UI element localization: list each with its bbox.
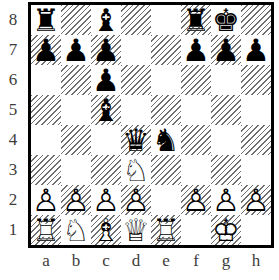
square-f2: ♟♙ (181, 185, 211, 215)
square-d3: ♞♘ (121, 155, 151, 185)
black-pawn-icon: ♟♟ (211, 35, 241, 65)
chess-board: ♜♜♝♝♜♜♚♚♟♟♟♟♟♟♟♟♟♟♟♟♟♟♝♝♛♛♞♞♞♘♟♙♟♙♟♙♟♙♟♙… (28, 2, 274, 248)
file-label-d: d (121, 247, 151, 275)
rank-label-4: 4 (0, 125, 26, 155)
file-label-a: a (31, 247, 61, 275)
square-g6 (211, 65, 241, 95)
square-h8 (241, 5, 271, 35)
square-b6 (61, 65, 91, 95)
file-label-c: c (91, 247, 121, 275)
square-f8: ♜♜ (181, 5, 211, 35)
square-c1: ♝♗ (91, 215, 121, 245)
white-rook-icon: ♜♖ (151, 215, 181, 245)
square-e3 (151, 155, 181, 185)
white-knight-icon: ♞♘ (121, 155, 151, 185)
black-pawn-icon: ♟♟ (91, 65, 121, 95)
black-bishop-icon: ♝♝ (91, 95, 121, 125)
square-f6 (181, 65, 211, 95)
square-c7: ♟♟ (91, 35, 121, 65)
square-f3 (181, 155, 211, 185)
square-b8 (61, 5, 91, 35)
file-label-e: e (151, 247, 181, 275)
square-f1 (181, 215, 211, 245)
white-pawn-icon: ♟♙ (211, 185, 241, 215)
black-rook-icon: ♜♜ (181, 5, 211, 35)
square-b5 (61, 95, 91, 125)
white-pawn-icon: ♟♙ (241, 185, 271, 215)
square-g1: ♚♔ (211, 215, 241, 245)
square-h6 (241, 65, 271, 95)
black-pawn-icon: ♟♟ (181, 35, 211, 65)
square-c5: ♝♝ (91, 95, 121, 125)
file-labels: abcdefgh (31, 247, 271, 275)
black-rook-icon: ♜♜ (31, 5, 61, 35)
square-d2: ♟♙ (121, 185, 151, 215)
square-c4 (91, 125, 121, 155)
square-e8 (151, 5, 181, 35)
square-e5 (151, 95, 181, 125)
black-pawn-icon: ♟♟ (241, 35, 271, 65)
square-c6: ♟♟ (91, 65, 121, 95)
square-h5 (241, 95, 271, 125)
white-rook-icon: ♜♖ (31, 215, 61, 245)
square-g3 (211, 155, 241, 185)
file-label-g: g (211, 247, 241, 275)
square-d1: ♛♕ (121, 215, 151, 245)
square-g4 (211, 125, 241, 155)
square-a7: ♟♟ (31, 35, 61, 65)
square-g5 (211, 95, 241, 125)
square-a1: ♜♖ (31, 215, 61, 245)
white-bishop-icon: ♝♗ (91, 215, 121, 245)
rank-label-5: 5 (0, 95, 26, 125)
rank-label-3: 3 (0, 155, 26, 185)
black-knight-icon: ♞♞ (151, 125, 181, 155)
square-a8: ♜♜ (31, 5, 61, 35)
black-pawn-icon: ♟♟ (91, 35, 121, 65)
square-c2: ♟♙ (91, 185, 121, 215)
black-pawn-icon: ♟♟ (61, 35, 91, 65)
white-pawn-icon: ♟♙ (91, 185, 121, 215)
file-label-h: h (241, 247, 271, 275)
square-d5 (121, 95, 151, 125)
black-bishop-icon: ♝♝ (91, 5, 121, 35)
square-e7 (151, 35, 181, 65)
square-e1: ♜♖ (151, 215, 181, 245)
black-queen-icon: ♛♛ (121, 125, 151, 155)
rank-label-1: 1 (0, 215, 26, 245)
square-b4 (61, 125, 91, 155)
square-h1 (241, 215, 271, 245)
square-h7: ♟♟ (241, 35, 271, 65)
square-b3 (61, 155, 91, 185)
black-king-icon: ♚♚ (211, 5, 241, 35)
square-c8: ♝♝ (91, 5, 121, 35)
square-a2: ♟♙ (31, 185, 61, 215)
chess-diagram: 87654321 ♜♜♝♝♜♜♚♚♟♟♟♟♟♟♟♟♟♟♟♟♟♟♝♝♛♛♞♞♞♘♟… (0, 0, 279, 280)
black-pawn-icon: ♟♟ (31, 35, 61, 65)
square-d7 (121, 35, 151, 65)
square-g8: ♚♚ (211, 5, 241, 35)
square-h4 (241, 125, 271, 155)
square-b7: ♟♟ (61, 35, 91, 65)
white-knight-icon: ♞♘ (61, 215, 91, 245)
file-label-f: f (181, 247, 211, 275)
square-d4: ♛♛ (121, 125, 151, 155)
square-h3 (241, 155, 271, 185)
square-g7: ♟♟ (211, 35, 241, 65)
square-h2: ♟♙ (241, 185, 271, 215)
square-a3 (31, 155, 61, 185)
rank-label-6: 6 (0, 65, 26, 95)
square-b2: ♟♙ (61, 185, 91, 215)
square-e6 (151, 65, 181, 95)
square-d6 (121, 65, 151, 95)
rank-labels: 87654321 (0, 5, 26, 245)
square-e2 (151, 185, 181, 215)
square-f4 (181, 125, 211, 155)
white-queen-icon: ♛♕ (121, 215, 151, 245)
file-label-b: b (61, 247, 91, 275)
square-d8 (121, 5, 151, 35)
rank-label-2: 2 (0, 185, 26, 215)
white-pawn-icon: ♟♙ (121, 185, 151, 215)
square-c3 (91, 155, 121, 185)
square-a6 (31, 65, 61, 95)
rank-label-7: 7 (0, 35, 26, 65)
square-f5 (181, 95, 211, 125)
square-e4: ♞♞ (151, 125, 181, 155)
white-pawn-icon: ♟♙ (181, 185, 211, 215)
white-pawn-icon: ♟♙ (61, 185, 91, 215)
square-a5 (31, 95, 61, 125)
square-b1: ♞♘ (61, 215, 91, 245)
square-g2: ♟♙ (211, 185, 241, 215)
square-f7: ♟♟ (181, 35, 211, 65)
square-a4 (31, 125, 61, 155)
rank-label-8: 8 (0, 5, 26, 35)
white-pawn-icon: ♟♙ (31, 185, 61, 215)
white-king-icon: ♚♔ (211, 215, 241, 245)
